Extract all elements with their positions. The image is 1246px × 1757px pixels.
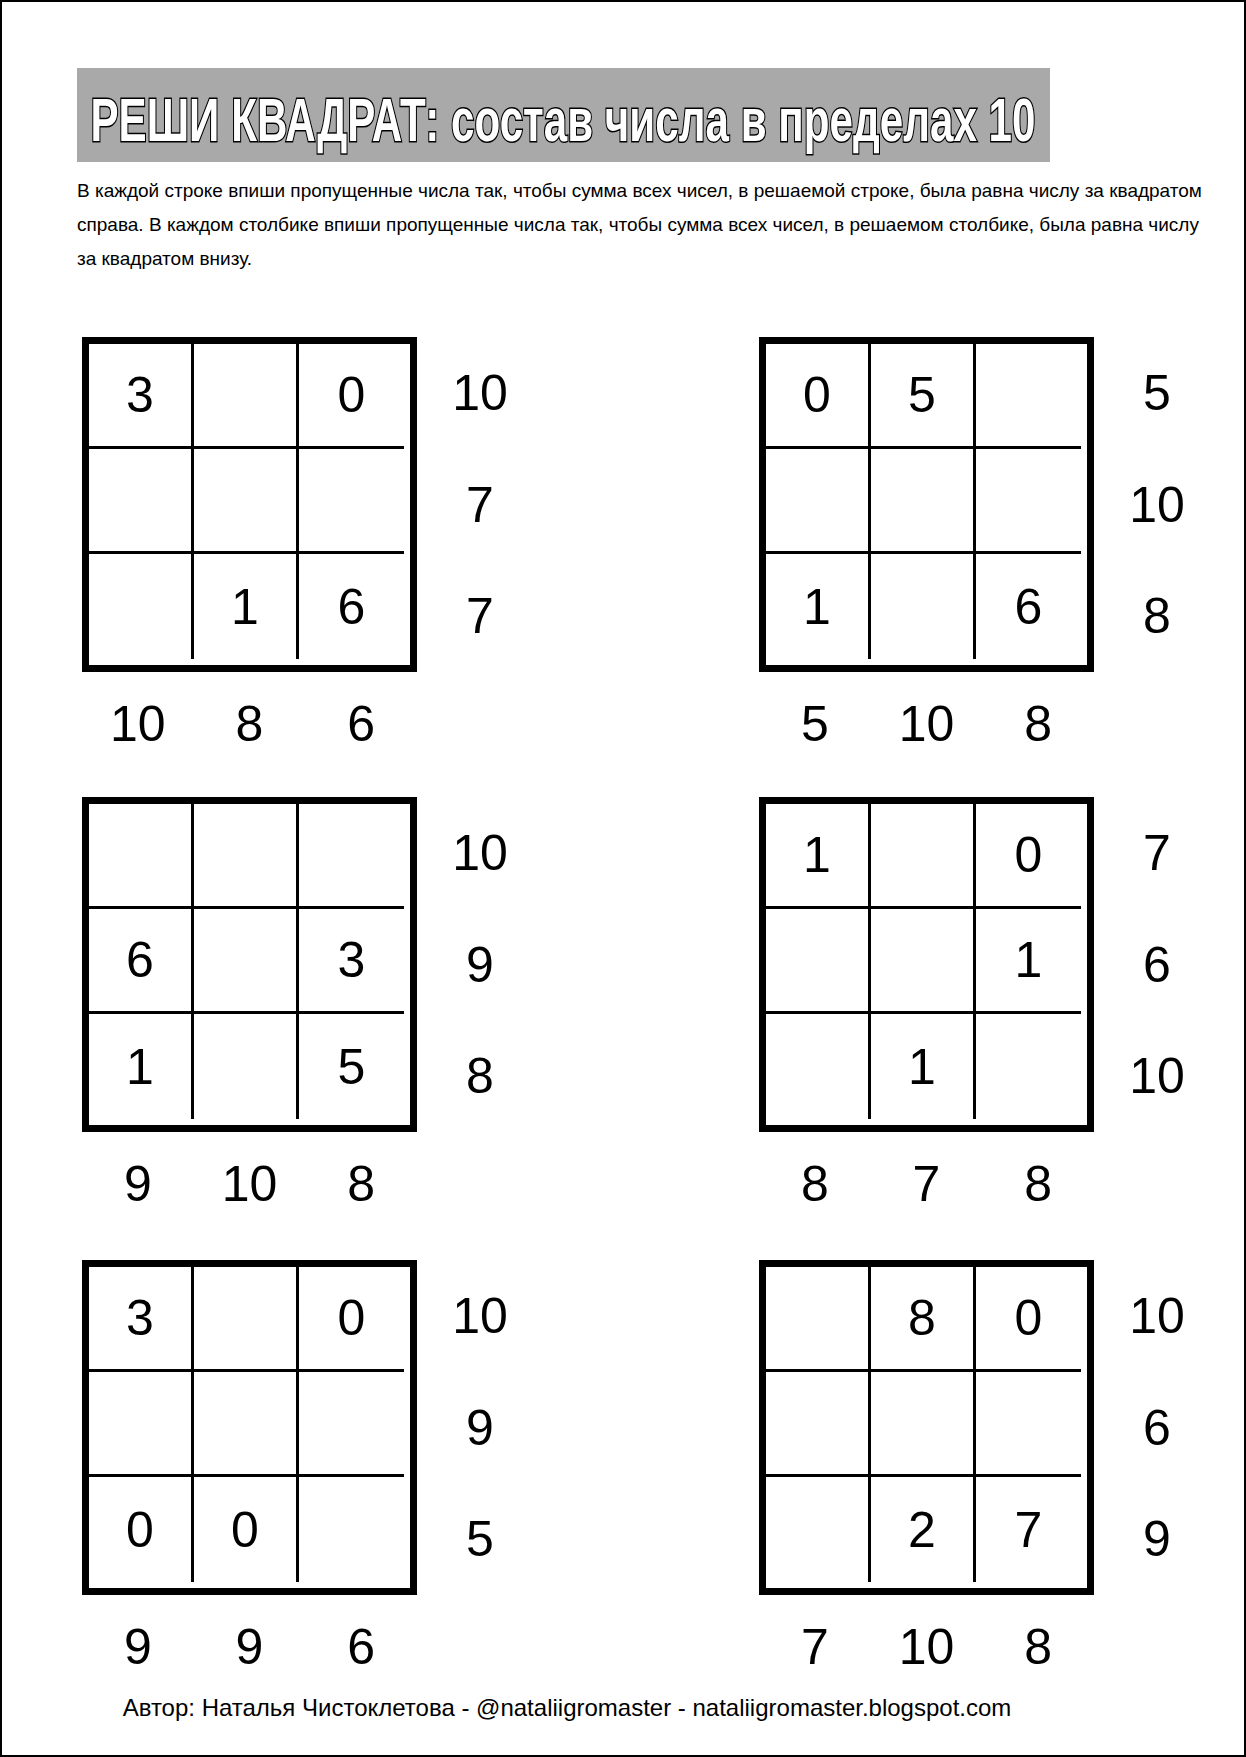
puzzle-6-col-sum-2: 10 — [871, 1620, 983, 1674]
puzzle-1-col-sum-1: 10 — [82, 697, 194, 751]
puzzle-5-cell-r2c2-empty — [194, 1372, 299, 1477]
puzzle-3-col-sums: 9108 — [82, 1157, 417, 1211]
puzzle-5-col-sums: 996 — [82, 1620, 417, 1674]
puzzle-6-cell-r2c3-empty — [976, 1372, 1081, 1477]
puzzle-1: 3016 1077 1086 — [82, 337, 421, 672]
puzzle-2-cell-r2c1-empty — [766, 449, 871, 554]
puzzle-1-cell-r3c3: 6 — [299, 554, 404, 659]
puzzle-5-cell-r3c3-empty — [299, 1477, 404, 1582]
puzzle-1-cell-r1c1: 3 — [89, 344, 194, 449]
puzzle-6: 8027 1069 7108 — [759, 1260, 1098, 1595]
puzzle-4-cell-r1c2-empty — [871, 804, 976, 909]
puzzle-4-col-sum-1: 8 — [759, 1157, 871, 1211]
puzzle-5-col-sum-1: 9 — [82, 1620, 194, 1674]
puzzle-1-col-sums: 1086 — [82, 697, 417, 751]
footer-credit: Автор: Наталья Чистоклетова - @nataliigr… — [77, 1694, 1057, 1722]
puzzle-2-row-sum-1: 5 — [1107, 337, 1207, 449]
puzzle-1-col-sum-3: 6 — [305, 697, 417, 751]
puzzle-5-row-sum-3: 5 — [430, 1483, 530, 1595]
puzzle-3-col-sum-2: 10 — [194, 1157, 306, 1211]
puzzle-4-cell-r2c1-empty — [766, 909, 871, 1014]
puzzle-1-cell-r3c2: 1 — [194, 554, 299, 659]
puzzle-2-col-sums: 5108 — [759, 697, 1094, 751]
puzzle-5-cell-r1c3: 0 — [299, 1267, 404, 1372]
puzzle-6-cell-r1c2: 8 — [871, 1267, 976, 1372]
puzzle-2-cell-r3c3: 6 — [976, 554, 1081, 659]
puzzle-2-col-sum-2: 10 — [871, 697, 983, 751]
puzzle-2-row-sums: 5108 — [1107, 337, 1207, 672]
puzzle-5-cell-r2c1-empty — [89, 1372, 194, 1477]
puzzle-2-board: 0516 — [759, 337, 1094, 672]
puzzle-5-cell-r3c2: 0 — [194, 1477, 299, 1582]
puzzle-4-cell-r1c3: 0 — [976, 804, 1081, 909]
worksheet-page: РЕШИ КВАДРАТ: состав числа в пределах 10… — [0, 0, 1246, 1757]
puzzle-1-cell-r2c1-empty — [89, 449, 194, 554]
puzzle-1-cell-r1c2-empty — [194, 344, 299, 449]
puzzle-6-board: 8027 — [759, 1260, 1094, 1595]
puzzle-1-row-sum-1: 10 — [430, 337, 530, 449]
puzzle-2-cell-r2c2-empty — [871, 449, 976, 554]
puzzle-3-board: 6315 — [82, 797, 417, 1132]
puzzle-5-col-sum-3: 6 — [305, 1620, 417, 1674]
puzzle-4-cell-r3c3-empty — [976, 1014, 1081, 1119]
puzzle-3-cell-r1c1-empty — [89, 804, 194, 909]
puzzle-6-cell-r2c1-empty — [766, 1372, 871, 1477]
title-banner: РЕШИ КВАДРАТ: состав числа в пределах 10 — [77, 68, 1050, 162]
puzzle-3-row-sum-2: 9 — [430, 909, 530, 1021]
title-graphic: РЕШИ КВАДРАТ: состав числа в пределах 10 — [77, 68, 1050, 162]
puzzle-3-row-sum-1: 10 — [430, 797, 530, 909]
puzzle-3-col-sum-1: 9 — [82, 1157, 194, 1211]
puzzle-3-cell-r1c3-empty — [299, 804, 404, 909]
puzzle-5-row-sums: 1095 — [430, 1260, 530, 1595]
puzzle-6-row-sum-1: 10 — [1107, 1260, 1207, 1372]
puzzle-4-cell-r1c1: 1 — [766, 804, 871, 909]
puzzle-5-cell-r2c3-empty — [299, 1372, 404, 1477]
puzzle-1-col-sum-2: 8 — [194, 697, 306, 751]
instructions-text: В каждой строке впиши пропущенные числа … — [77, 174, 1202, 276]
puzzle-6-cell-r1c3: 0 — [976, 1267, 1081, 1372]
puzzle-6-row-sum-2: 6 — [1107, 1372, 1207, 1484]
puzzle-2-cell-r2c3-empty — [976, 449, 1081, 554]
puzzle-3: 6315 1098 9108 — [82, 797, 421, 1132]
puzzle-5-col-sum-2: 9 — [194, 1620, 306, 1674]
puzzle-6-col-sums: 7108 — [759, 1620, 1094, 1674]
puzzle-4-cell-r3c2: 1 — [871, 1014, 976, 1119]
puzzle-4-row-sum-3: 10 — [1107, 1020, 1207, 1132]
puzzle-3-col-sum-3: 8 — [305, 1157, 417, 1211]
puzzle-3-cell-r2c3: 3 — [299, 909, 404, 1014]
puzzle-1-row-sum-2: 7 — [430, 449, 530, 561]
puzzle-4-col-sums: 878 — [759, 1157, 1094, 1211]
puzzle-6-row-sums: 1069 — [1107, 1260, 1207, 1595]
puzzle-2-col-sum-3: 8 — [982, 697, 1094, 751]
puzzle-2-cell-r3c2-empty — [871, 554, 976, 659]
puzzle-1-row-sums: 1077 — [430, 337, 530, 672]
puzzle-4-board: 1011 — [759, 797, 1094, 1132]
puzzle-4-row-sum-1: 7 — [1107, 797, 1207, 909]
puzzle-5-row-sum-1: 10 — [430, 1260, 530, 1372]
puzzle-1-cell-r2c3-empty — [299, 449, 404, 554]
puzzle-6-cell-r2c2-empty — [871, 1372, 976, 1477]
puzzle-2-cell-r1c3-empty — [976, 344, 1081, 449]
puzzle-3-cell-r3c2-empty — [194, 1014, 299, 1119]
puzzle-3-cell-r2c1: 6 — [89, 909, 194, 1014]
puzzle-3-cell-r3c3: 5 — [299, 1014, 404, 1119]
puzzle-6-cell-r3c3: 7 — [976, 1477, 1081, 1582]
puzzle-4-cell-r2c2-empty — [871, 909, 976, 1014]
puzzle-1-board: 3016 — [82, 337, 417, 672]
puzzle-2-col-sum-1: 5 — [759, 697, 871, 751]
puzzle-4: 1011 7610 878 — [759, 797, 1098, 1132]
puzzle-3-row-sums: 1098 — [430, 797, 530, 1132]
puzzle-5-board: 3000 — [82, 1260, 417, 1595]
puzzle-5-row-sum-2: 9 — [430, 1372, 530, 1484]
puzzle-6-col-sum-1: 7 — [759, 1620, 871, 1674]
puzzle-1-row-sum-3: 7 — [430, 560, 530, 672]
puzzle-6-cell-r1c1-empty — [766, 1267, 871, 1372]
puzzle-4-col-sum-3: 8 — [982, 1157, 1094, 1211]
puzzle-6-col-sum-3: 8 — [982, 1620, 1094, 1674]
puzzle-3-row-sum-3: 8 — [430, 1020, 530, 1132]
puzzle-2: 0516 5108 5108 — [759, 337, 1098, 672]
puzzle-6-cell-r3c1-empty — [766, 1477, 871, 1582]
puzzle-4-cell-r2c3: 1 — [976, 909, 1081, 1014]
puzzle-2-cell-r3c1: 1 — [766, 554, 871, 659]
puzzle-6-row-sum-3: 9 — [1107, 1483, 1207, 1595]
puzzle-1-cell-r3c1-empty — [89, 554, 194, 659]
puzzle-4-cell-r3c1-empty — [766, 1014, 871, 1119]
puzzle-4-row-sums: 7610 — [1107, 797, 1207, 1132]
puzzle-5-cell-r1c2-empty — [194, 1267, 299, 1372]
puzzle-3-cell-r3c1: 1 — [89, 1014, 194, 1119]
puzzle-3-cell-r2c2-empty — [194, 909, 299, 1014]
puzzle-4-col-sum-2: 7 — [871, 1157, 983, 1211]
puzzle-4-row-sum-2: 6 — [1107, 909, 1207, 1021]
puzzle-5-cell-r1c1: 3 — [89, 1267, 194, 1372]
puzzle-1-cell-r1c3: 0 — [299, 344, 404, 449]
puzzle-2-cell-r1c2: 5 — [871, 344, 976, 449]
puzzle-3-cell-r1c2-empty — [194, 804, 299, 909]
puzzle-6-cell-r3c2: 2 — [871, 1477, 976, 1582]
puzzle-2-row-sum-2: 10 — [1107, 449, 1207, 561]
puzzle-1-cell-r2c2-empty — [194, 449, 299, 554]
page-title: РЕШИ КВАДРАТ: состав числа в пределах 10 — [91, 85, 1036, 154]
puzzle-5-cell-r3c1: 0 — [89, 1477, 194, 1582]
puzzle-5: 3000 1095 996 — [82, 1260, 421, 1595]
puzzle-2-row-sum-3: 8 — [1107, 560, 1207, 672]
puzzle-2-cell-r1c1: 0 — [766, 344, 871, 449]
